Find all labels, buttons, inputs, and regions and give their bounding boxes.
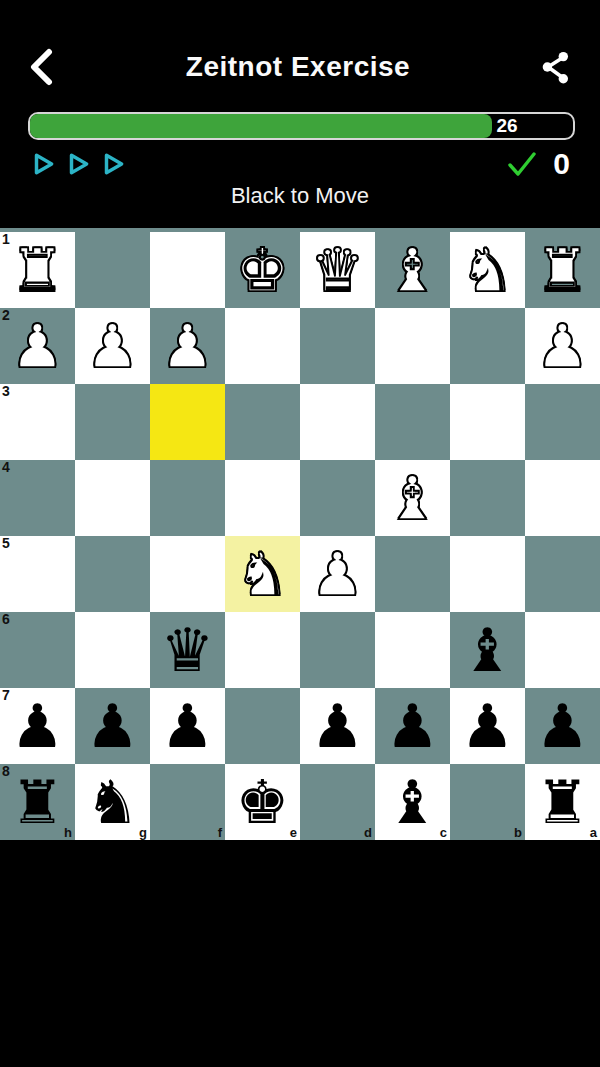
square-h6[interactable]: 6 <box>0 612 75 688</box>
file-label-a: a <box>590 826 597 839</box>
square-a7[interactable]: ♟ <box>525 688 600 764</box>
square-f3[interactable] <box>150 384 225 460</box>
square-d7[interactable]: ♟ <box>300 688 375 764</box>
piece-white-bishop: ♝ <box>386 232 440 308</box>
piece-black-king: ♚ <box>236 764 290 840</box>
piece-white-queen: ♛ <box>311 232 365 308</box>
square-e4[interactable] <box>225 460 300 536</box>
square-c4[interactable]: ♝ <box>375 460 450 536</box>
square-f2[interactable]: ♟ <box>150 308 225 384</box>
piece-white-bishop: ♝ <box>386 460 440 536</box>
square-g2[interactable]: ♟ <box>75 308 150 384</box>
piece-white-pawn: ♟ <box>161 308 215 384</box>
progress-bar: 26 <box>28 112 575 140</box>
square-b7[interactable]: ♟ <box>450 688 525 764</box>
piece-white-king: ♚ <box>236 232 290 308</box>
piece-white-pawn: ♟ <box>311 536 365 612</box>
square-f4[interactable] <box>150 460 225 536</box>
chess-board: 1♜♚♛♝♞♜2♟♟♟♟34♝5♞♟6♛♝7♟♟♟♟♟♟♟8h♜g♞fe♚dc♝… <box>0 228 600 840</box>
controls-row: 0 <box>30 146 570 182</box>
square-a2[interactable]: ♟ <box>525 308 600 384</box>
piece-black-pawn: ♟ <box>461 688 515 764</box>
square-h4[interactable]: 4 <box>0 460 75 536</box>
square-f7[interactable]: ♟ <box>150 688 225 764</box>
piece-black-pawn: ♟ <box>11 688 65 764</box>
square-c3[interactable] <box>375 384 450 460</box>
rank-label-3: 3 <box>2 384 10 399</box>
square-d2[interactable] <box>300 308 375 384</box>
piece-white-pawn: ♟ <box>536 308 590 384</box>
square-c8[interactable]: c♝ <box>375 764 450 840</box>
square-a5[interactable] <box>525 536 600 612</box>
square-h3[interactable]: 3 <box>0 384 75 460</box>
file-label-d: d <box>364 826 372 839</box>
chevron-left-icon <box>28 48 54 86</box>
piece-black-pawn: ♟ <box>536 688 590 764</box>
turn-indicator: Black to Move <box>0 183 600 209</box>
square-b8[interactable]: b <box>450 764 525 840</box>
page-title: Zeitnot Exercise <box>62 51 534 83</box>
square-g5[interactable] <box>75 536 150 612</box>
progress-value: 26 <box>497 115 518 137</box>
square-b2[interactable] <box>450 308 525 384</box>
square-g6[interactable] <box>75 612 150 688</box>
square-h1[interactable]: 1♜ <box>0 232 75 308</box>
share-button[interactable] <box>534 48 572 86</box>
piece-black-pawn: ♟ <box>311 688 365 764</box>
piece-white-pawn: ♟ <box>11 308 65 384</box>
solved-count: 0 <box>553 149 570 179</box>
square-g7[interactable]: ♟ <box>75 688 150 764</box>
piece-white-rook: ♜ <box>536 232 590 308</box>
square-b3[interactable] <box>450 384 525 460</box>
file-label-f: f <box>218 826 222 839</box>
checkmark-icon <box>505 149 539 179</box>
square-g4[interactable] <box>75 460 150 536</box>
piece-black-pawn: ♟ <box>161 688 215 764</box>
piece-black-knight: ♞ <box>86 764 140 840</box>
square-d4[interactable] <box>300 460 375 536</box>
square-d1[interactable]: ♛ <box>300 232 375 308</box>
square-d5[interactable]: ♟ <box>300 536 375 612</box>
square-e5[interactable]: ♞ <box>225 536 300 612</box>
square-c2[interactable] <box>375 308 450 384</box>
rank-label-1: 1 <box>2 232 10 247</box>
hint-buttons <box>30 151 126 177</box>
progress-fill <box>30 114 492 138</box>
square-a8[interactable]: a♜ <box>525 764 600 840</box>
play-icon[interactable] <box>100 151 126 177</box>
square-c5[interactable] <box>375 536 450 612</box>
share-icon <box>538 49 572 85</box>
square-b1[interactable]: ♞ <box>450 232 525 308</box>
piece-black-bishop: ♝ <box>386 764 440 840</box>
piece-white-knight: ♞ <box>461 232 515 308</box>
piece-black-queen: ♛ <box>161 612 215 688</box>
square-f8[interactable]: f <box>150 764 225 840</box>
app-screen: Zeitnot Exercise 26 <box>0 0 600 1067</box>
play-icon[interactable] <box>65 151 91 177</box>
square-h8[interactable]: 8h♜ <box>0 764 75 840</box>
square-e8[interactable]: e♚ <box>225 764 300 840</box>
square-b6[interactable]: ♝ <box>450 612 525 688</box>
rank-label-5: 5 <box>2 536 10 551</box>
piece-black-rook: ♜ <box>536 764 590 840</box>
square-a3[interactable] <box>525 384 600 460</box>
back-button[interactable] <box>28 48 62 86</box>
square-h5[interactable]: 5 <box>0 536 75 612</box>
piece-black-rook: ♜ <box>11 764 65 840</box>
square-h2[interactable]: 2♟ <box>0 308 75 384</box>
square-a1[interactable]: ♜ <box>525 232 600 308</box>
file-label-c: c <box>440 826 447 839</box>
solved-counter: 0 <box>505 149 570 179</box>
square-g3[interactable] <box>75 384 150 460</box>
rank-label-8: 8 <box>2 764 10 779</box>
file-label-g: g <box>139 826 147 839</box>
square-e3[interactable] <box>225 384 300 460</box>
header-bar: Zeitnot Exercise <box>0 44 600 90</box>
file-label-e: e <box>290 826 297 839</box>
rank-label-2: 2 <box>2 308 10 323</box>
square-e1[interactable]: ♚ <box>225 232 300 308</box>
square-a6[interactable] <box>525 612 600 688</box>
square-f1[interactable] <box>150 232 225 308</box>
square-g8[interactable]: g♞ <box>75 764 150 840</box>
piece-black-pawn: ♟ <box>86 688 140 764</box>
square-f5[interactable] <box>150 536 225 612</box>
rank-label-4: 4 <box>2 460 10 475</box>
square-f6[interactable]: ♛ <box>150 612 225 688</box>
piece-white-knight: ♞ <box>236 536 290 612</box>
rank-label-6: 6 <box>2 612 10 627</box>
file-label-b: b <box>514 826 522 839</box>
square-d3[interactable] <box>300 384 375 460</box>
piece-white-rook: ♜ <box>11 232 65 308</box>
piece-white-pawn: ♟ <box>86 308 140 384</box>
piece-black-pawn: ♟ <box>386 688 440 764</box>
square-g1[interactable] <box>75 232 150 308</box>
square-e6[interactable] <box>225 612 300 688</box>
piece-black-bishop: ♝ <box>461 612 515 688</box>
square-a4[interactable] <box>525 460 600 536</box>
square-d6[interactable] <box>300 612 375 688</box>
square-d8[interactable]: d <box>300 764 375 840</box>
play-icon[interactable] <box>30 151 56 177</box>
square-e2[interactable] <box>225 308 300 384</box>
rank-label-7: 7 <box>2 688 10 703</box>
square-c6[interactable] <box>375 612 450 688</box>
square-c7[interactable]: ♟ <box>375 688 450 764</box>
square-c1[interactable]: ♝ <box>375 232 450 308</box>
square-h7[interactable]: 7♟ <box>0 688 75 764</box>
file-label-h: h <box>64 826 72 839</box>
square-b4[interactable] <box>450 460 525 536</box>
square-b5[interactable] <box>450 536 525 612</box>
square-e7[interactable] <box>225 688 300 764</box>
